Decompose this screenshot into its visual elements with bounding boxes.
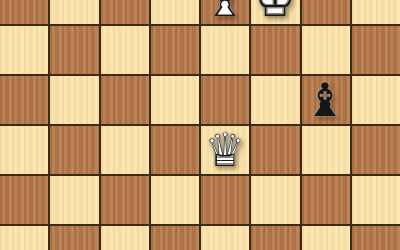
square-r1-c3-dark[interactable] [151,26,199,74]
square-r2-c2-dark[interactable] [101,76,149,124]
chess-board: ♝♗♚♔♝♛♕ [0,0,400,250]
square-r3-c2-light[interactable] [101,126,149,174]
square-r1-c1-dark[interactable] [50,26,98,74]
square-r5-c0-light[interactable] [0,226,48,250]
square-r5-c1-dark[interactable] [50,226,98,250]
square-r3-c5-dark[interactable] [251,126,299,174]
square-r2-c1-light[interactable] [50,76,98,124]
square-r2-c0-dark[interactable] [0,76,48,124]
square-r0-c7-light[interactable] [352,0,400,24]
square-r3-c7-dark[interactable] [352,126,400,174]
white-bishop-piece[interactable]: ♝♗ [200,0,250,25]
square-r4-c2-dark[interactable] [101,176,149,224]
square-r1-c0-light[interactable] [0,26,48,74]
square-r1-c4-light[interactable] [201,26,249,74]
square-r1-c5-dark[interactable] [251,26,299,74]
square-r0-c2-dark[interactable] [101,0,149,24]
square-r4-c6-dark[interactable] [302,176,350,224]
square-r2-c5-light[interactable] [251,76,299,124]
square-r2-c7-light[interactable] [352,76,400,124]
square-r5-c7-dark[interactable] [352,226,400,250]
square-r1-c2-light[interactable] [101,26,149,74]
square-r4-c5-light[interactable] [251,176,299,224]
white-bishop-glyph-outline: ♗ [200,0,250,25]
square-r4-c1-light[interactable] [50,176,98,224]
white-queen-piece[interactable]: ♛♕ [200,125,250,175]
square-r4-c7-light[interactable] [352,176,400,224]
square-r4-c3-light[interactable] [151,176,199,224]
square-r4-c4-dark[interactable] [201,176,249,224]
square-r0-c6-dark[interactable] [302,0,350,24]
square-r3-c1-dark[interactable] [50,126,98,174]
square-r5-c6-light[interactable] [302,226,350,250]
square-r0-c1-light[interactable] [50,0,98,24]
square-r3-c0-light[interactable] [0,126,48,174]
square-r5-c5-dark[interactable] [251,226,299,250]
square-r4-c0-dark[interactable] [0,176,48,224]
square-r0-c0-dark[interactable] [0,0,48,24]
square-r2-c4-dark[interactable] [201,76,249,124]
white-queen-glyph-outline: ♕ [200,125,250,175]
black-bishop-piece[interactable]: ♝ [300,75,350,125]
white-king-glyph-outline: ♔ [250,0,300,25]
square-r3-c6-light[interactable] [302,126,350,174]
square-r1-c6-light[interactable] [302,26,350,74]
square-r1-c7-dark[interactable] [352,26,400,74]
black-bishop-glyph-fill: ♝ [300,75,350,125]
square-r5-c2-light[interactable] [101,226,149,250]
square-r0-c3-light[interactable] [151,0,199,24]
square-r5-c4-light[interactable] [201,226,249,250]
white-king-piece[interactable]: ♚♔ [250,0,300,25]
square-r5-c3-dark[interactable] [151,226,199,250]
square-r3-c3-dark[interactable] [151,126,199,174]
square-r2-c3-light[interactable] [151,76,199,124]
